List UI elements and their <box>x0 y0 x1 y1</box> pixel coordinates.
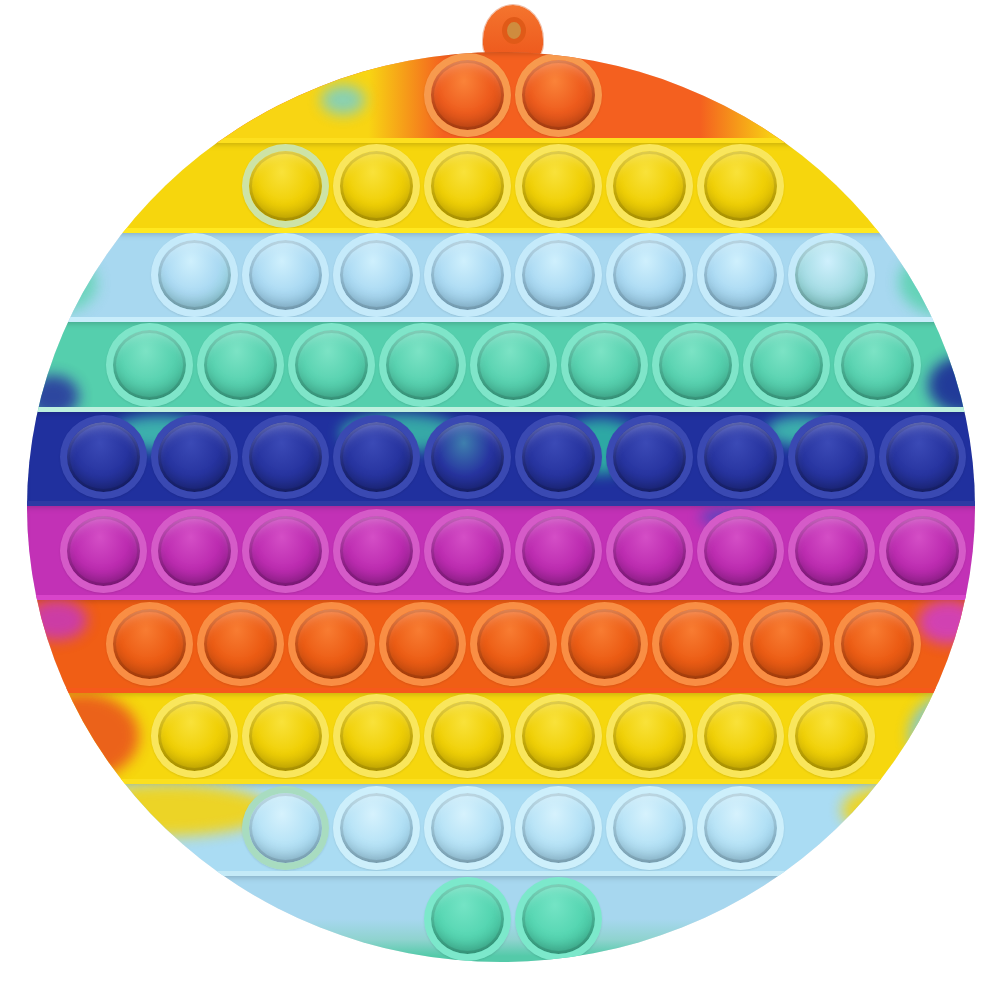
bubble-r1-c2[interactable] <box>515 53 602 137</box>
bubble-r2-c1[interactable] <box>242 144 329 228</box>
bubble-r5-c9[interactable] <box>788 415 875 499</box>
bubble-r1-c1[interactable] <box>424 53 511 137</box>
bubble-r5-c4[interactable] <box>333 415 420 499</box>
bubble-strip <box>39 506 975 595</box>
bubble-row-7-orange <box>27 600 975 693</box>
bubble-strip <box>39 322 975 407</box>
bubble-r8-c8[interactable] <box>788 694 875 778</box>
bubble-r8-c2[interactable] <box>242 694 329 778</box>
bubble-r7-c6[interactable] <box>561 602 648 686</box>
bubble-r6-c9[interactable] <box>788 509 875 593</box>
bubble-r8-c4[interactable] <box>424 694 511 778</box>
bubble-r3-c4[interactable] <box>424 233 511 317</box>
marble-patch <box>947 693 975 723</box>
bubble-r2-c3[interactable] <box>424 144 511 228</box>
bubble-r9-c2[interactable] <box>333 786 420 870</box>
bubble-r4-c5[interactable] <box>470 323 557 407</box>
bubble-r9-c1[interactable] <box>242 786 329 870</box>
bubble-r7-c4[interactable] <box>379 602 466 686</box>
bubble-r7-c9[interactable] <box>834 602 921 686</box>
bubble-r7-c7[interactable] <box>652 602 739 686</box>
bubble-r6-c8[interactable] <box>697 509 784 593</box>
bubble-r6-c2[interactable] <box>151 509 238 593</box>
marble-patch <box>27 891 87 937</box>
bubble-r3-c6[interactable] <box>606 233 693 317</box>
bubble-r6-c7[interactable] <box>606 509 693 593</box>
bubble-r5-c6[interactable] <box>515 415 602 499</box>
bubble-r5-c8[interactable] <box>697 415 784 499</box>
bubble-r6-c10[interactable] <box>879 509 966 593</box>
bubble-r9-c5[interactable] <box>606 786 693 870</box>
bubble-r7-c3[interactable] <box>288 602 375 686</box>
bubble-r9-c6[interactable] <box>697 786 784 870</box>
bubble-r6-c3[interactable] <box>242 509 329 593</box>
bubble-r8-c6[interactable] <box>606 694 693 778</box>
marble-patch <box>27 160 107 226</box>
bubble-r4-c8[interactable] <box>743 323 830 407</box>
bubble-r4-c7[interactable] <box>652 323 739 407</box>
marble-patch <box>909 152 975 218</box>
marble-patch <box>46 836 128 876</box>
bubble-r10-c2[interactable] <box>515 877 602 961</box>
bubble-strip <box>39 600 975 688</box>
bubble-r3-c7[interactable] <box>697 233 784 317</box>
bubble-r5-c10[interactable] <box>879 415 966 499</box>
bubble-r3-c3[interactable] <box>333 233 420 317</box>
bubble-strip <box>39 876 975 962</box>
bubble-r2-c4[interactable] <box>515 144 602 228</box>
bubble-r4-c9[interactable] <box>834 323 921 407</box>
bubble-row-4-mint <box>27 322 975 412</box>
bubble-r8-c7[interactable] <box>697 694 784 778</box>
bubble-strip <box>39 693 975 779</box>
bubble-strip <box>39 412 975 501</box>
bubble-row-3-lightblue <box>27 233 975 322</box>
bubble-r7-c8[interactable] <box>743 602 830 686</box>
bubble-r4-c4[interactable] <box>379 323 466 407</box>
bubble-r7-c1[interactable] <box>106 602 193 686</box>
bubble-r9-c3[interactable] <box>424 786 511 870</box>
bubble-r4-c6[interactable] <box>561 323 648 407</box>
bubble-r8-c5[interactable] <box>515 694 602 778</box>
bubble-r3-c1[interactable] <box>151 233 238 317</box>
bubble-r2-c6[interactable] <box>697 144 784 228</box>
bubble-r6-c5[interactable] <box>424 509 511 593</box>
bubble-r2-c5[interactable] <box>606 144 693 228</box>
bubble-r7-c5[interactable] <box>470 602 557 686</box>
bubble-strip <box>39 143 975 228</box>
bubble-r3-c8[interactable] <box>788 233 875 317</box>
bubble-row-5-navy <box>27 412 975 506</box>
bubble-strip <box>39 52 975 138</box>
bubble-r2-c2[interactable] <box>333 144 420 228</box>
bubble-strip <box>39 784 975 871</box>
bubble-r3-c5[interactable] <box>515 233 602 317</box>
hanging-tab-hole-icon <box>502 17 526 44</box>
bubble-r8-c1[interactable] <box>151 694 238 778</box>
bubble-r5-c1[interactable] <box>60 415 147 499</box>
bubble-r3-c2[interactable] <box>242 233 329 317</box>
bubble-r4-c2[interactable] <box>197 323 284 407</box>
bubble-r5-c5[interactable] <box>424 415 511 499</box>
bubble-r4-c1[interactable] <box>106 323 193 407</box>
bubble-row-10-bottom <box>27 876 975 962</box>
bubble-r5-c3[interactable] <box>242 415 329 499</box>
bubble-r5-c2[interactable] <box>151 415 238 499</box>
marble-patch <box>27 784 55 842</box>
bubble-row-6-magenta <box>27 506 975 600</box>
bubble-r6-c6[interactable] <box>515 509 602 593</box>
bubble-row-8-yellow <box>27 693 975 784</box>
bubble-row-2-yellow <box>27 143 975 233</box>
pop-it-board <box>27 52 975 962</box>
bubble-r6-c4[interactable] <box>333 509 420 593</box>
bubble-r4-c3[interactable] <box>288 323 375 407</box>
bubble-row-1-orange <box>27 52 975 143</box>
bubble-r6-c1[interactable] <box>60 509 147 593</box>
bubble-r10-c1[interactable] <box>424 877 511 961</box>
bubble-r7-c2[interactable] <box>197 602 284 686</box>
photo-canvas <box>0 0 1000 1000</box>
bubble-strip <box>39 233 975 317</box>
bubble-r9-c4[interactable] <box>515 786 602 870</box>
bubble-r8-c3[interactable] <box>333 694 420 778</box>
bubble-r5-c7[interactable] <box>606 415 693 499</box>
bubble-row-9-lightblue <box>27 784 975 876</box>
